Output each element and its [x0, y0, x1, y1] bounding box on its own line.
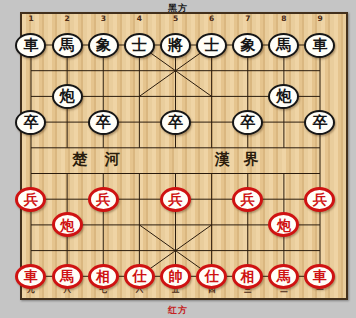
- piece-black-elephant[interactable]: 象: [232, 33, 263, 58]
- point-r7c7[interactable]: [230, 212, 266, 238]
- point-r2c6[interactable]: [194, 84, 230, 110]
- point-r0c7[interactable]: 象: [230, 32, 266, 58]
- point-r4c4[interactable]: [121, 135, 157, 161]
- point-r9c2[interactable]: 馬: [49, 263, 85, 289]
- piece-red-chariot[interactable]: 車: [304, 264, 335, 289]
- point-r8c6[interactable]: [194, 238, 230, 264]
- point-r0c9[interactable]: 車: [302, 32, 338, 58]
- point-r1c9[interactable]: [302, 58, 338, 84]
- point-r2c5[interactable]: [157, 84, 193, 110]
- piece-black-chariot[interactable]: 車: [304, 33, 335, 58]
- red-side-label: 红方: [0, 304, 356, 317]
- point-r3c8[interactable]: [266, 109, 302, 135]
- piece-black-horse[interactable]: 馬: [268, 33, 299, 58]
- point-r1c2[interactable]: [49, 58, 85, 84]
- point-r7c9[interactable]: [302, 212, 338, 238]
- piece-red-advisor[interactable]: 仕: [124, 264, 155, 289]
- point-r0c4[interactable]: 士: [121, 32, 157, 58]
- piece-black-soldier[interactable]: 卒: [304, 110, 335, 135]
- point-r3c2[interactable]: [49, 109, 85, 135]
- piece-red-horse[interactable]: 馬: [268, 264, 299, 289]
- point-r5c7[interactable]: [230, 161, 266, 187]
- file-number-top-8: 8: [275, 15, 293, 23]
- point-r2c3[interactable]: [85, 84, 121, 110]
- file-number-top-2: 2: [58, 15, 76, 23]
- point-r8c7[interactable]: [230, 238, 266, 264]
- point-r7c3[interactable]: [85, 212, 121, 238]
- point-r3c9[interactable]: 卒: [302, 109, 338, 135]
- point-r4c8[interactable]: [266, 135, 302, 161]
- point-r9c1[interactable]: 車: [13, 263, 49, 289]
- point-r8c2[interactable]: [49, 238, 85, 264]
- point-r1c8[interactable]: [266, 58, 302, 84]
- piece-black-general[interactable]: 將: [160, 33, 191, 58]
- point-r6c2[interactable]: [49, 186, 85, 212]
- point-r6c5[interactable]: 兵: [157, 186, 193, 212]
- point-r2c4[interactable]: [121, 84, 157, 110]
- point-r5c6[interactable]: [194, 161, 230, 187]
- point-r7c5[interactable]: [157, 212, 193, 238]
- xiangqi-app: 黑方 123456789 九八七六五四三二一 楚 河 漢 界 車馬象士將士象馬車…: [0, 0, 356, 318]
- point-r9c3[interactable]: 相: [85, 263, 121, 289]
- point-r6c1[interactable]: 兵: [13, 186, 49, 212]
- piece-red-elephant[interactable]: 相: [232, 264, 263, 289]
- point-r9c7[interactable]: 相: [230, 263, 266, 289]
- point-r3c5[interactable]: 卒: [157, 109, 193, 135]
- file-number-top-5: 5: [167, 15, 185, 23]
- point-r7c2[interactable]: 炮: [49, 212, 85, 238]
- point-r4c7[interactable]: [230, 135, 266, 161]
- piece-black-advisor[interactable]: 士: [196, 33, 227, 58]
- point-r1c4[interactable]: [121, 58, 157, 84]
- point-r1c6[interactable]: [194, 58, 230, 84]
- piece-red-advisor[interactable]: 仕: [196, 264, 227, 289]
- piece-black-soldier[interactable]: 卒: [232, 110, 263, 135]
- point-r6c9[interactable]: 兵: [302, 186, 338, 212]
- point-r9c6[interactable]: 仕: [194, 263, 230, 289]
- point-r5c1[interactable]: [13, 161, 49, 187]
- point-r0c2[interactable]: 馬: [49, 32, 85, 58]
- file-number-top-6: 6: [203, 15, 221, 23]
- piece-red-soldier[interactable]: 兵: [15, 187, 46, 212]
- point-r2c2[interactable]: 炮: [49, 84, 85, 110]
- point-r5c2[interactable]: [49, 161, 85, 187]
- point-r4c3[interactable]: [85, 135, 121, 161]
- point-r5c3[interactable]: [85, 161, 121, 187]
- point-r6c8[interactable]: [266, 186, 302, 212]
- piece-black-soldier[interactable]: 卒: [88, 110, 119, 135]
- point-r9c4[interactable]: 仕: [121, 263, 157, 289]
- file-number-top-4: 4: [130, 15, 148, 23]
- point-r7c4[interactable]: [121, 212, 157, 238]
- point-r3c4[interactable]: [121, 109, 157, 135]
- point-r7c6[interactable]: [194, 212, 230, 238]
- file-number-top-7: 7: [239, 15, 257, 23]
- point-r7c1[interactable]: [13, 212, 49, 238]
- point-r5c5[interactable]: [157, 161, 193, 187]
- point-r2c7[interactable]: [230, 84, 266, 110]
- point-r8c4[interactable]: [121, 238, 157, 264]
- point-r1c7[interactable]: [230, 58, 266, 84]
- file-number-top-3: 3: [94, 15, 112, 23]
- point-r7c8[interactable]: 炮: [266, 212, 302, 238]
- point-r6c3[interactable]: 兵: [85, 186, 121, 212]
- point-r0c8[interactable]: 馬: [266, 32, 302, 58]
- point-r5c4[interactable]: [121, 161, 157, 187]
- point-r1c5[interactable]: [157, 58, 193, 84]
- piece-red-chariot[interactable]: 車: [15, 264, 46, 289]
- point-r8c5[interactable]: [157, 238, 193, 264]
- pieces-layer: 車馬象士將士象馬車炮炮卒卒卒卒卒兵兵兵兵兵炮炮車馬相仕帥仕相馬車: [13, 32, 338, 289]
- point-r4c6[interactable]: [194, 135, 230, 161]
- point-r1c3[interactable]: [85, 58, 121, 84]
- piece-red-elephant[interactable]: 相: [88, 264, 119, 289]
- point-r3c1[interactable]: 卒: [13, 109, 49, 135]
- piece-red-soldier[interactable]: 兵: [88, 187, 119, 212]
- point-r3c3[interactable]: 卒: [85, 109, 121, 135]
- piece-black-elephant[interactable]: 象: [88, 33, 119, 58]
- point-r8c8[interactable]: [266, 238, 302, 264]
- piece-black-advisor[interactable]: 士: [124, 33, 155, 58]
- piece-black-soldier[interactable]: 卒: [15, 110, 46, 135]
- point-r4c9[interactable]: [302, 135, 338, 161]
- point-r9c5[interactable]: 帥: [157, 263, 193, 289]
- point-r6c7[interactable]: 兵: [230, 186, 266, 212]
- piece-black-cannon[interactable]: 炮: [52, 84, 83, 109]
- point-r9c8[interactable]: 馬: [266, 263, 302, 289]
- point-r4c2[interactable]: [49, 135, 85, 161]
- point-r4c1[interactable]: [13, 135, 49, 161]
- point-r8c9[interactable]: [302, 238, 338, 264]
- piece-red-soldier[interactable]: 兵: [304, 187, 335, 212]
- point-r1c1[interactable]: [13, 58, 49, 84]
- piece-red-cannon[interactable]: 炮: [52, 212, 83, 237]
- piece-red-general[interactable]: 帥: [160, 264, 191, 289]
- point-r8c1[interactable]: [13, 238, 49, 264]
- point-r5c9[interactable]: [302, 161, 338, 187]
- point-r5c8[interactable]: [266, 161, 302, 187]
- point-r0c6[interactable]: 士: [194, 32, 230, 58]
- point-r3c6[interactable]: [194, 109, 230, 135]
- point-r2c9[interactable]: [302, 84, 338, 110]
- point-r0c1[interactable]: 車: [13, 32, 49, 58]
- point-r3c7[interactable]: 卒: [230, 109, 266, 135]
- piece-black-cannon[interactable]: 炮: [268, 84, 299, 109]
- piece-black-chariot[interactable]: 車: [15, 33, 46, 58]
- point-r2c8[interactable]: 炮: [266, 84, 302, 110]
- point-r8c3[interactable]: [85, 238, 121, 264]
- file-number-top-9: 9: [311, 15, 329, 23]
- point-r6c4[interactable]: [121, 186, 157, 212]
- point-r9c9[interactable]: 車: [302, 263, 338, 289]
- piece-red-cannon[interactable]: 炮: [268, 212, 299, 237]
- piece-red-horse[interactable]: 馬: [52, 264, 83, 289]
- file-number-top-1: 1: [22, 15, 40, 23]
- piece-black-horse[interactable]: 馬: [52, 33, 83, 58]
- point-r2c1[interactable]: [13, 84, 49, 110]
- point-r6c6[interactable]: [194, 186, 230, 212]
- point-r0c3[interactable]: 象: [85, 32, 121, 58]
- point-r0c5[interactable]: 將: [157, 32, 193, 58]
- piece-red-soldier[interactable]: 兵: [160, 187, 191, 212]
- point-r4c5[interactable]: [157, 135, 193, 161]
- piece-black-soldier[interactable]: 卒: [160, 110, 191, 135]
- piece-red-soldier[interactable]: 兵: [232, 187, 263, 212]
